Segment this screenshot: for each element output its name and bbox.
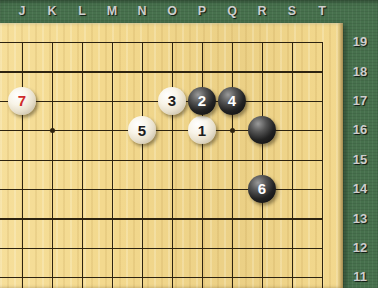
stone-white-P16[interactable]: 1 — [188, 116, 217, 145]
row-label: 12 — [345, 233, 375, 262]
stone-black-R16[interactable] — [248, 116, 277, 145]
stone-white-J17[interactable]: 7 — [8, 87, 37, 116]
row-label: 16 — [345, 115, 375, 144]
row-labels: 191817161514131211 — [345, 27, 375, 288]
column-label: R — [247, 2, 277, 20]
stone-move-number: 2 — [198, 93, 206, 108]
column-label: J — [7, 2, 37, 20]
row-label: 15 — [345, 145, 375, 174]
row-label: 14 — [345, 174, 375, 203]
stone-move-number: 4 — [228, 93, 236, 108]
column-labels: JKLMNOPQRST — [7, 2, 337, 20]
column-label: O — [157, 2, 187, 20]
stone-move-number: 7 — [18, 93, 26, 108]
stone-move-number: 5 — [138, 123, 146, 138]
go-diagram: JKLMNOPQRST 191817161514131211 1234567 — [0, 0, 378, 288]
column-label: S — [277, 2, 307, 20]
stone-white-O17[interactable]: 3 — [158, 87, 187, 116]
row-label: 17 — [345, 86, 375, 115]
column-label: Q — [217, 2, 247, 20]
row-label: 13 — [345, 204, 375, 233]
stone-move-number: 3 — [168, 93, 176, 108]
stones-layer: 1234567 — [7, 27, 337, 288]
stone-black-Q17[interactable]: 4 — [218, 87, 247, 116]
stone-black-R14[interactable]: 6 — [248, 175, 277, 204]
stone-move-number: 1 — [198, 123, 206, 138]
row-label: 19 — [345, 27, 375, 56]
column-label: P — [187, 2, 217, 20]
column-label: M — [97, 2, 127, 20]
column-label: N — [127, 2, 157, 20]
column-label: K — [37, 2, 67, 20]
stone-white-N16[interactable]: 5 — [128, 116, 157, 145]
stone-move-number: 6 — [258, 181, 266, 196]
column-label: L — [67, 2, 97, 20]
row-label: 11 — [345, 262, 375, 288]
go-board[interactable]: 1234567 — [0, 23, 343, 288]
row-label: 18 — [345, 57, 375, 86]
column-label: T — [307, 2, 337, 20]
stone-black-P17[interactable]: 2 — [188, 87, 217, 116]
